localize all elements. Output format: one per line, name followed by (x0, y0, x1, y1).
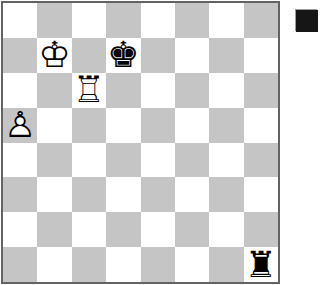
square-f7[interactable] (175, 38, 209, 73)
square-d7[interactable]: ♚ (106, 38, 140, 73)
square-h8[interactable] (244, 3, 278, 38)
piece-white-pawn[interactable]: ♙ (3, 108, 37, 143)
square-b3[interactable] (37, 177, 71, 212)
square-f1[interactable] (175, 247, 209, 282)
square-d1[interactable] (106, 247, 140, 282)
square-f2[interactable] (175, 212, 209, 247)
square-b8[interactable] (37, 3, 71, 38)
square-d8[interactable] (106, 3, 140, 38)
square-c6[interactable]: ♜♖ (72, 73, 106, 108)
side-to-move-indicator (296, 10, 318, 32)
square-h2[interactable] (244, 212, 278, 247)
piece-white-king[interactable]: ♔ (37, 38, 71, 73)
square-d5[interactable] (106, 108, 140, 143)
square-a2[interactable] (3, 212, 37, 247)
square-c5[interactable] (72, 108, 106, 143)
square-a4[interactable] (3, 143, 37, 178)
square-a1[interactable] (3, 247, 37, 282)
square-c4[interactable] (72, 143, 106, 178)
piece-fill-white-pawn: ♟ (3, 108, 37, 143)
square-b6[interactable] (37, 73, 71, 108)
square-g1[interactable] (209, 247, 243, 282)
square-b1[interactable] (37, 247, 71, 282)
piece-fill-white-rook: ♜ (72, 73, 106, 108)
square-e7[interactable] (141, 38, 175, 73)
square-e6[interactable] (141, 73, 175, 108)
square-a6[interactable] (3, 73, 37, 108)
square-e1[interactable] (141, 247, 175, 282)
square-h1[interactable]: ♜ (244, 247, 278, 282)
piece-black-rook[interactable]: ♜ (244, 247, 278, 282)
square-e3[interactable] (141, 177, 175, 212)
piece-white-rook[interactable]: ♖ (72, 73, 106, 108)
square-g5[interactable] (209, 108, 243, 143)
square-d6[interactable] (106, 73, 140, 108)
square-a3[interactable] (3, 177, 37, 212)
square-e2[interactable] (141, 212, 175, 247)
square-h5[interactable] (244, 108, 278, 143)
square-f5[interactable] (175, 108, 209, 143)
square-c3[interactable] (72, 177, 106, 212)
square-f4[interactable] (175, 143, 209, 178)
square-a7[interactable] (3, 38, 37, 73)
square-c1[interactable] (72, 247, 106, 282)
square-b2[interactable] (37, 212, 71, 247)
square-g2[interactable] (209, 212, 243, 247)
square-b5[interactable] (37, 108, 71, 143)
square-g3[interactable] (209, 177, 243, 212)
square-d2[interactable] (106, 212, 140, 247)
square-a5[interactable]: ♟♙ (3, 108, 37, 143)
square-d3[interactable] (106, 177, 140, 212)
page: ♚♔♚♜♖♟♙♜ (0, 0, 323, 285)
square-e4[interactable] (141, 143, 175, 178)
square-g4[interactable] (209, 143, 243, 178)
square-b4[interactable] (37, 143, 71, 178)
square-e8[interactable] (141, 3, 175, 38)
square-f6[interactable] (175, 73, 209, 108)
chess-board: ♚♔♚♜♖♟♙♜ (1, 1, 280, 284)
piece-black-king[interactable]: ♚ (106, 38, 140, 73)
square-e5[interactable] (141, 108, 175, 143)
square-f3[interactable] (175, 177, 209, 212)
piece-fill-white-king: ♚ (37, 38, 71, 73)
square-h3[interactable] (244, 177, 278, 212)
square-c8[interactable] (72, 3, 106, 38)
square-h6[interactable] (244, 73, 278, 108)
square-f8[interactable] (175, 3, 209, 38)
square-g6[interactable] (209, 73, 243, 108)
square-c2[interactable] (72, 212, 106, 247)
square-g8[interactable] (209, 3, 243, 38)
square-c7[interactable] (72, 38, 106, 73)
square-h7[interactable] (244, 38, 278, 73)
square-d4[interactable] (106, 143, 140, 178)
square-a8[interactable] (3, 3, 37, 38)
square-b7[interactable]: ♚♔ (37, 38, 71, 73)
square-h4[interactable] (244, 143, 278, 178)
square-g7[interactable] (209, 38, 243, 73)
